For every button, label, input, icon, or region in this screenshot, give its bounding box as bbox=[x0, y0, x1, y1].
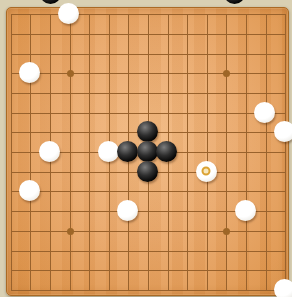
board-intersection[interactable] bbox=[59, 83, 79, 103]
board-intersection[interactable] bbox=[236, 102, 256, 122]
board-intersection[interactable] bbox=[177, 142, 197, 162]
board-intersection[interactable] bbox=[236, 23, 256, 43]
last-move-marker bbox=[202, 167, 211, 176]
board-intersection[interactable] bbox=[20, 279, 40, 297]
board-intersection[interactable] bbox=[255, 122, 275, 142]
board-intersection[interactable] bbox=[236, 43, 256, 63]
board-intersection[interactable] bbox=[40, 181, 60, 201]
board-intersection[interactable] bbox=[236, 279, 256, 297]
board-intersection[interactable] bbox=[20, 260, 40, 280]
white-stone bbox=[39, 141, 60, 162]
board-intersection[interactable] bbox=[216, 122, 236, 142]
board-intersection[interactable] bbox=[177, 201, 197, 221]
board-intersection[interactable] bbox=[118, 181, 138, 201]
board-intersection[interactable] bbox=[157, 220, 177, 240]
board-intersection[interactable] bbox=[275, 220, 292, 240]
board-intersection[interactable] bbox=[0, 279, 20, 297]
board-intersection[interactable] bbox=[177, 102, 197, 122]
board-intersection[interactable] bbox=[196, 220, 216, 240]
board-intersection[interactable] bbox=[79, 260, 99, 280]
board-intersection[interactable] bbox=[79, 279, 99, 297]
board-intersection[interactable] bbox=[59, 220, 79, 240]
board-intersection[interactable] bbox=[236, 240, 256, 260]
board-intersection[interactable] bbox=[20, 23, 40, 43]
board-intersection[interactable] bbox=[177, 260, 197, 280]
board-intersection[interactable] bbox=[118, 201, 138, 221]
board-intersection[interactable] bbox=[0, 181, 20, 201]
board-intersection[interactable] bbox=[118, 43, 138, 63]
board-intersection[interactable] bbox=[40, 260, 60, 280]
board-intersection[interactable] bbox=[255, 4, 275, 24]
board-intersection[interactable] bbox=[98, 122, 118, 142]
board-intersection[interactable] bbox=[138, 23, 158, 43]
board-intersection[interactable] bbox=[40, 142, 60, 162]
board-intersection[interactable] bbox=[216, 240, 236, 260]
board-intersection[interactable] bbox=[79, 240, 99, 260]
board-intersection[interactable] bbox=[59, 102, 79, 122]
board-intersection[interactable] bbox=[79, 23, 99, 43]
white-stone bbox=[196, 161, 217, 182]
board-intersection[interactable] bbox=[255, 260, 275, 280]
board-intersection[interactable] bbox=[59, 63, 79, 83]
board-intersection[interactable] bbox=[157, 4, 177, 24]
board-intersection[interactable] bbox=[79, 220, 99, 240]
board-intersection[interactable] bbox=[59, 181, 79, 201]
board-intersection[interactable] bbox=[118, 4, 138, 24]
board-intersection[interactable] bbox=[79, 161, 99, 181]
board-intersection[interactable] bbox=[20, 220, 40, 240]
board-intersection[interactable] bbox=[157, 161, 177, 181]
board-intersection[interactable] bbox=[118, 240, 138, 260]
board-intersection[interactable] bbox=[59, 240, 79, 260]
board-intersection[interactable] bbox=[216, 23, 236, 43]
board-intersection[interactable] bbox=[118, 122, 138, 142]
board-intersection[interactable] bbox=[275, 102, 292, 122]
board-intersection[interactable] bbox=[59, 161, 79, 181]
board-intersection[interactable] bbox=[216, 142, 236, 162]
board-intersection[interactable] bbox=[236, 181, 256, 201]
board-intersection[interactable] bbox=[0, 23, 20, 43]
board-intersection[interactable] bbox=[236, 4, 256, 24]
board-intersection[interactable] bbox=[0, 122, 20, 142]
board-intersection[interactable] bbox=[255, 279, 275, 297]
board-intersection[interactable] bbox=[177, 4, 197, 24]
board-intersection[interactable] bbox=[157, 23, 177, 43]
board-intersection[interactable] bbox=[59, 201, 79, 221]
board-intersection[interactable] bbox=[236, 161, 256, 181]
board-intersection[interactable] bbox=[0, 63, 20, 83]
board-intersection[interactable] bbox=[157, 181, 177, 201]
board-intersection[interactable] bbox=[196, 201, 216, 221]
board-intersection[interactable] bbox=[98, 201, 118, 221]
board-intersection[interactable] bbox=[0, 142, 20, 162]
white-stone bbox=[19, 62, 40, 83]
board-intersection[interactable] bbox=[157, 122, 177, 142]
board-intersection[interactable] bbox=[216, 43, 236, 63]
board-intersection[interactable] bbox=[59, 279, 79, 297]
board-intersection[interactable] bbox=[0, 201, 20, 221]
board-intersection[interactable] bbox=[40, 63, 60, 83]
board-intersection[interactable] bbox=[255, 161, 275, 181]
board-intersection[interactable] bbox=[138, 122, 158, 142]
board-intersection[interactable] bbox=[138, 201, 158, 221]
board-intersection[interactable] bbox=[196, 83, 216, 103]
board-intersection[interactable] bbox=[216, 4, 236, 24]
board-intersection[interactable] bbox=[216, 181, 236, 201]
board-intersection[interactable] bbox=[20, 83, 40, 103]
board-intersection[interactable] bbox=[216, 260, 236, 280]
board-intersection[interactable] bbox=[59, 23, 79, 43]
board-intersection[interactable] bbox=[275, 161, 292, 181]
board-intersection[interactable] bbox=[138, 279, 158, 297]
board-intersection[interactable] bbox=[255, 240, 275, 260]
board-intersection[interactable] bbox=[79, 4, 99, 24]
white-stone bbox=[98, 141, 119, 162]
board-intersection[interactable] bbox=[79, 102, 99, 122]
board-intersection[interactable] bbox=[157, 83, 177, 103]
board-intersection[interactable] bbox=[177, 220, 197, 240]
black-stone bbox=[137, 161, 158, 182]
white-stone bbox=[19, 180, 40, 201]
board-intersection[interactable] bbox=[196, 4, 216, 24]
board-intersection[interactable] bbox=[79, 201, 99, 221]
board-intersection[interactable] bbox=[275, 201, 292, 221]
board-intersection[interactable] bbox=[196, 63, 216, 83]
board-intersection[interactable] bbox=[236, 142, 256, 162]
board-intersection[interactable] bbox=[255, 142, 275, 162]
board-intersection[interactable] bbox=[196, 142, 216, 162]
board-intersection[interactable] bbox=[138, 63, 158, 83]
board-intersection[interactable] bbox=[59, 142, 79, 162]
white-stone bbox=[117, 200, 138, 221]
board-intersection[interactable] bbox=[118, 83, 138, 103]
board-intersection[interactable] bbox=[255, 201, 275, 221]
board-intersection[interactable] bbox=[138, 102, 158, 122]
board-intersection[interactable] bbox=[98, 4, 118, 24]
board-intersection[interactable] bbox=[216, 102, 236, 122]
board-intersection[interactable] bbox=[40, 279, 60, 297]
board-intersection[interactable] bbox=[255, 63, 275, 83]
game-screen bbox=[0, 0, 292, 297]
board-intersection[interactable] bbox=[138, 4, 158, 24]
board-intersection[interactable] bbox=[255, 102, 275, 122]
board-intersection[interactable] bbox=[236, 220, 256, 240]
board-intersection[interactable] bbox=[216, 63, 236, 83]
board-intersection[interactable] bbox=[40, 102, 60, 122]
board-intersection[interactable] bbox=[0, 102, 20, 122]
board-intersection[interactable] bbox=[177, 23, 197, 43]
board-intersection[interactable] bbox=[196, 161, 216, 181]
board-intersection[interactable] bbox=[40, 201, 60, 221]
board-intersection[interactable] bbox=[275, 63, 292, 83]
board-intersection[interactable] bbox=[0, 240, 20, 260]
board-intersection[interactable] bbox=[20, 63, 40, 83]
board-intersection[interactable] bbox=[40, 122, 60, 142]
board-intersection[interactable] bbox=[40, 240, 60, 260]
board-intersection[interactable] bbox=[177, 122, 197, 142]
board-intersection[interactable] bbox=[196, 122, 216, 142]
board-intersection[interactable] bbox=[20, 142, 40, 162]
board-intersection[interactable] bbox=[20, 102, 40, 122]
board-intersection[interactable] bbox=[118, 161, 138, 181]
board-intersection[interactable] bbox=[98, 43, 118, 63]
board-intersection[interactable] bbox=[216, 220, 236, 240]
board-intersection[interactable] bbox=[98, 161, 118, 181]
board-intersection[interactable] bbox=[79, 181, 99, 201]
board-intersection[interactable] bbox=[98, 63, 118, 83]
board-intersection[interactable] bbox=[0, 83, 20, 103]
board-intersection[interactable] bbox=[275, 83, 292, 103]
board-intersection[interactable] bbox=[0, 43, 20, 63]
black-stone bbox=[137, 121, 158, 142]
board-intersection[interactable] bbox=[177, 181, 197, 201]
board-intersection[interactable] bbox=[255, 181, 275, 201]
black-stone bbox=[117, 141, 138, 162]
board-intersection[interactable] bbox=[255, 220, 275, 240]
board-intersection[interactable] bbox=[275, 260, 292, 280]
board-intersection[interactable] bbox=[98, 279, 118, 297]
board-intersection[interactable] bbox=[59, 122, 79, 142]
board-intersection[interactable] bbox=[275, 43, 292, 63]
board-intersection[interactable] bbox=[275, 181, 292, 201]
black-stone bbox=[137, 141, 158, 162]
board-intersection[interactable] bbox=[0, 220, 20, 240]
white-stone bbox=[254, 102, 275, 123]
board-intersection[interactable] bbox=[98, 23, 118, 43]
board-intersection[interactable] bbox=[98, 260, 118, 280]
board-intersection[interactable] bbox=[275, 122, 292, 142]
board-intersection[interactable] bbox=[79, 142, 99, 162]
board-intersection[interactable] bbox=[138, 142, 158, 162]
board-intersection[interactable] bbox=[118, 142, 138, 162]
board-intersection[interactable] bbox=[157, 260, 177, 280]
board-intersection[interactable] bbox=[177, 161, 197, 181]
board-intersection[interactable] bbox=[236, 122, 256, 142]
board-intersection[interactable] bbox=[157, 102, 177, 122]
board-intersection[interactable] bbox=[40, 43, 60, 63]
white-stone bbox=[58, 3, 79, 24]
board-intersection[interactable] bbox=[59, 4, 79, 24]
board-intersection[interactable] bbox=[98, 220, 118, 240]
board-intersection[interactable] bbox=[0, 260, 20, 280]
board-intersection[interactable] bbox=[157, 142, 177, 162]
board-intersection[interactable] bbox=[98, 83, 118, 103]
board-intersection[interactable] bbox=[157, 201, 177, 221]
board-intersection[interactable] bbox=[275, 142, 292, 162]
goban-grid[interactable] bbox=[0, 4, 292, 297]
board-intersection[interactable] bbox=[177, 83, 197, 103]
board-intersection[interactable] bbox=[98, 102, 118, 122]
board-intersection[interactable] bbox=[98, 181, 118, 201]
board-intersection[interactable] bbox=[40, 83, 60, 103]
board-intersection[interactable] bbox=[138, 181, 158, 201]
board-intersection[interactable] bbox=[20, 240, 40, 260]
board-intersection[interactable] bbox=[138, 240, 158, 260]
board-intersection[interactable] bbox=[118, 220, 138, 240]
board-intersection[interactable] bbox=[20, 122, 40, 142]
board-intersection[interactable] bbox=[275, 279, 292, 297]
board-intersection[interactable] bbox=[196, 102, 216, 122]
board-intersection[interactable] bbox=[236, 201, 256, 221]
board-intersection[interactable] bbox=[236, 260, 256, 280]
board-intersection[interactable] bbox=[236, 83, 256, 103]
board-intersection[interactable] bbox=[0, 161, 20, 181]
board-intersection[interactable] bbox=[196, 240, 216, 260]
board-intersection[interactable] bbox=[138, 43, 158, 63]
board-intersection[interactable] bbox=[20, 181, 40, 201]
board-intersection[interactable] bbox=[118, 63, 138, 83]
black-stone bbox=[156, 141, 177, 162]
board-intersection[interactable] bbox=[0, 4, 20, 24]
board-intersection[interactable] bbox=[98, 142, 118, 162]
board-intersection[interactable] bbox=[118, 279, 138, 297]
board-intersection[interactable] bbox=[196, 279, 216, 297]
board-intersection[interactable] bbox=[138, 83, 158, 103]
board-intersection[interactable] bbox=[177, 279, 197, 297]
board-intersection[interactable] bbox=[196, 43, 216, 63]
board-intersection[interactable] bbox=[98, 240, 118, 260]
board-intersection[interactable] bbox=[79, 83, 99, 103]
board-intersection[interactable] bbox=[20, 43, 40, 63]
board-intersection[interactable] bbox=[157, 279, 177, 297]
board-intersection[interactable] bbox=[40, 220, 60, 240]
board-intersection[interactable] bbox=[79, 122, 99, 142]
board-intersection[interactable] bbox=[79, 63, 99, 83]
board-intersection[interactable] bbox=[138, 260, 158, 280]
board-intersection[interactable] bbox=[138, 220, 158, 240]
board-intersection[interactable] bbox=[177, 240, 197, 260]
board-intersection[interactable] bbox=[216, 279, 236, 297]
board-intersection[interactable] bbox=[236, 63, 256, 83]
board-intersection[interactable] bbox=[275, 23, 292, 43]
board-intersection[interactable] bbox=[216, 83, 236, 103]
board-intersection[interactable] bbox=[275, 4, 292, 24]
board-intersection[interactable] bbox=[20, 4, 40, 24]
board-intersection[interactable] bbox=[40, 161, 60, 181]
board-intersection[interactable] bbox=[255, 83, 275, 103]
board-intersection[interactable] bbox=[157, 63, 177, 83]
board-intersection[interactable] bbox=[196, 181, 216, 201]
white-stone bbox=[274, 121, 292, 142]
board-intersection[interactable] bbox=[20, 201, 40, 221]
board-intersection[interactable] bbox=[255, 43, 275, 63]
white-stone bbox=[274, 279, 292, 297]
board-intersection[interactable] bbox=[177, 63, 197, 83]
board-intersection[interactable] bbox=[275, 240, 292, 260]
board-intersection[interactable] bbox=[40, 23, 60, 43]
board-intersection[interactable] bbox=[40, 4, 60, 24]
board-intersection[interactable] bbox=[157, 43, 177, 63]
board-intersection[interactable] bbox=[59, 260, 79, 280]
white-stone bbox=[235, 200, 256, 221]
board-intersection[interactable] bbox=[79, 43, 99, 63]
board-intersection[interactable] bbox=[196, 23, 216, 43]
board-intersection[interactable] bbox=[59, 43, 79, 63]
board-intersection[interactable] bbox=[196, 260, 216, 280]
board-intersection[interactable] bbox=[138, 161, 158, 181]
board-intersection[interactable] bbox=[20, 161, 40, 181]
board-intersection[interactable] bbox=[255, 23, 275, 43]
board-intersection[interactable] bbox=[177, 43, 197, 63]
board-intersection[interactable] bbox=[118, 260, 138, 280]
board-intersection[interactable] bbox=[118, 102, 138, 122]
board-intersection[interactable] bbox=[216, 161, 236, 181]
board-intersection[interactable] bbox=[157, 240, 177, 260]
board-intersection[interactable] bbox=[216, 201, 236, 221]
board-intersection[interactable] bbox=[118, 23, 138, 43]
